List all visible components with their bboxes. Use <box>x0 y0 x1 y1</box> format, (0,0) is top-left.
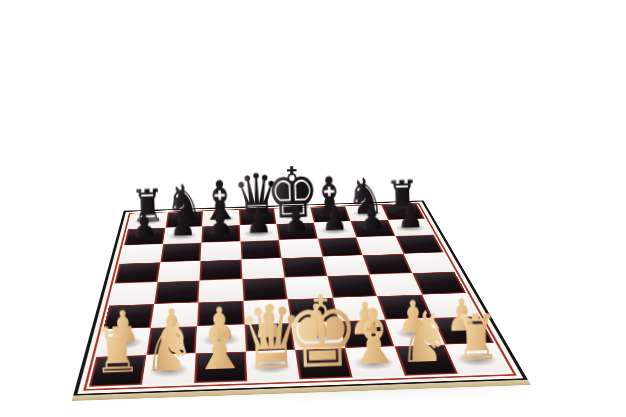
square-a5[interactable] <box>115 262 160 283</box>
square-b1[interactable]: ♞ <box>141 353 195 385</box>
square-a7[interactable]: ♟ <box>124 228 165 246</box>
square-c6[interactable] <box>200 241 241 260</box>
square-e1[interactable]: ♚ <box>295 348 352 380</box>
square-d7[interactable]: ♟ <box>239 224 279 242</box>
square-d6[interactable] <box>240 240 281 259</box>
camera: ♜♞♝♛♚♝♞♜♟♟♟♟♟♟♟♟♟♟♟♟♟♟♟♟♜♞♝♛♚♝♞♜ <box>0 0 626 417</box>
board-grid: ♜♞♝♛♚♝♞♜♟♟♟♟♟♟♟♟♟♟♟♟♟♟♟♟♜♞♝♛♚♝♞♜ <box>89 204 510 387</box>
camera-roll: ♜♞♝♛♚♝♞♜♟♟♟♟♟♟♟♟♟♟♟♟♟♟♟♟♜♞♝♛♚♝♞♜ <box>0 0 626 417</box>
chess-board: ♜♞♝♛♚♝♞♜♟♟♟♟♟♟♟♟♟♟♟♟♟♟♟♟♜♞♝♛♚♝♞♜ <box>89 204 510 387</box>
square-b5[interactable] <box>157 261 200 282</box>
square-c7[interactable]: ♟ <box>201 225 240 243</box>
square-f7[interactable]: ♟ <box>314 221 357 239</box>
square-g5[interactable] <box>363 254 412 275</box>
square-d5[interactable] <box>241 258 284 279</box>
square-a1[interactable]: ♜ <box>89 355 146 387</box>
photo-stage: ♜♞♝♛♚♝♞♜♟♟♟♟♟♟♟♟♟♟♟♟♟♟♟♟♜♞♝♛♚♝♞♜ <box>0 0 626 417</box>
square-a6[interactable] <box>119 244 162 263</box>
square-f1[interactable]: ♝ <box>345 346 405 377</box>
square-f6[interactable] <box>318 237 363 256</box>
square-b7[interactable]: ♟ <box>163 226 203 244</box>
square-c5[interactable] <box>199 259 241 280</box>
square-e7[interactable]: ♟ <box>276 222 317 240</box>
square-g1[interactable]: ♞ <box>394 344 457 375</box>
square-b6[interactable] <box>160 243 201 262</box>
square-e6[interactable] <box>279 239 322 258</box>
